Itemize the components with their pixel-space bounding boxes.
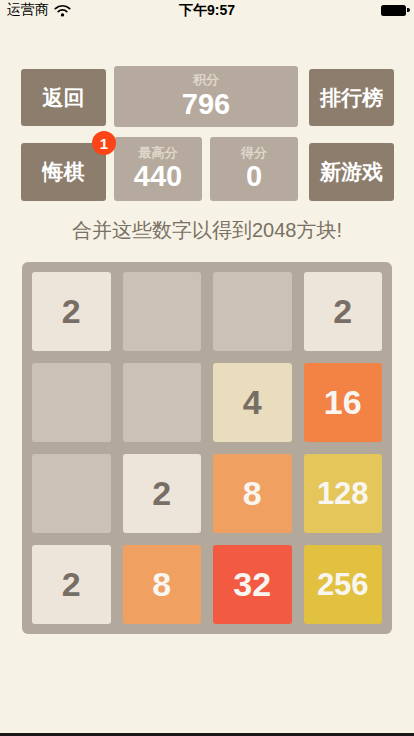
score-label: 积分 (193, 72, 219, 88)
tile-r3c0: 2 (32, 545, 111, 624)
tile-r1c1 (123, 363, 202, 442)
best-score-panel: 最高分 440 (114, 137, 202, 201)
tile-r0c1 (123, 272, 202, 351)
best-score-label: 最高分 (139, 145, 178, 161)
tile-r0c0: 2 (32, 272, 111, 351)
undo-button[interactable]: 悔棋 (21, 143, 106, 201)
game-board[interactable]: 2 2 4 16 2 8 128 2 8 32 256 (22, 262, 392, 634)
tile-r1c2: 4 (213, 363, 292, 442)
undo-badge: 1 (92, 131, 116, 155)
tile-r0c3: 2 (304, 272, 383, 351)
score-panel: 积分 796 (114, 66, 298, 127)
back-button[interactable]: 返回 (21, 69, 106, 126)
tile-r3c2: 32 (213, 545, 292, 624)
battery-icon (381, 5, 406, 16)
gain-score-label: 得分 (241, 145, 267, 161)
leaderboard-button[interactable]: 排行榜 (309, 69, 394, 126)
new-game-button[interactable]: 新游戏 (309, 143, 394, 201)
tile-r1c0 (32, 363, 111, 442)
tile-r3c3: 256 (304, 545, 383, 624)
status-time: 下午9:57 (0, 0, 414, 20)
gain-score-panel: 得分 0 (210, 137, 298, 201)
tile-r2c3: 128 (304, 454, 383, 533)
score-value: 796 (182, 89, 230, 121)
gain-score-value: 0 (246, 161, 262, 193)
status-bar: 运营商 下午9:57 (0, 0, 414, 20)
app-screen: 运营商 下午9:57 返回 积分 796 排行榜 悔棋 1 最高分 440 得分… (0, 0, 414, 736)
status-right (381, 0, 406, 20)
tile-r2c2: 8 (213, 454, 292, 533)
tile-r2c0 (32, 454, 111, 533)
tile-r0c2 (213, 272, 292, 351)
tile-r3c1: 8 (123, 545, 202, 624)
subtitle-text: 合并这些数字以得到2048方块! (0, 217, 414, 244)
tile-r1c3: 16 (304, 363, 383, 442)
best-score-value: 440 (134, 161, 182, 193)
tile-r2c1: 2 (123, 454, 202, 533)
